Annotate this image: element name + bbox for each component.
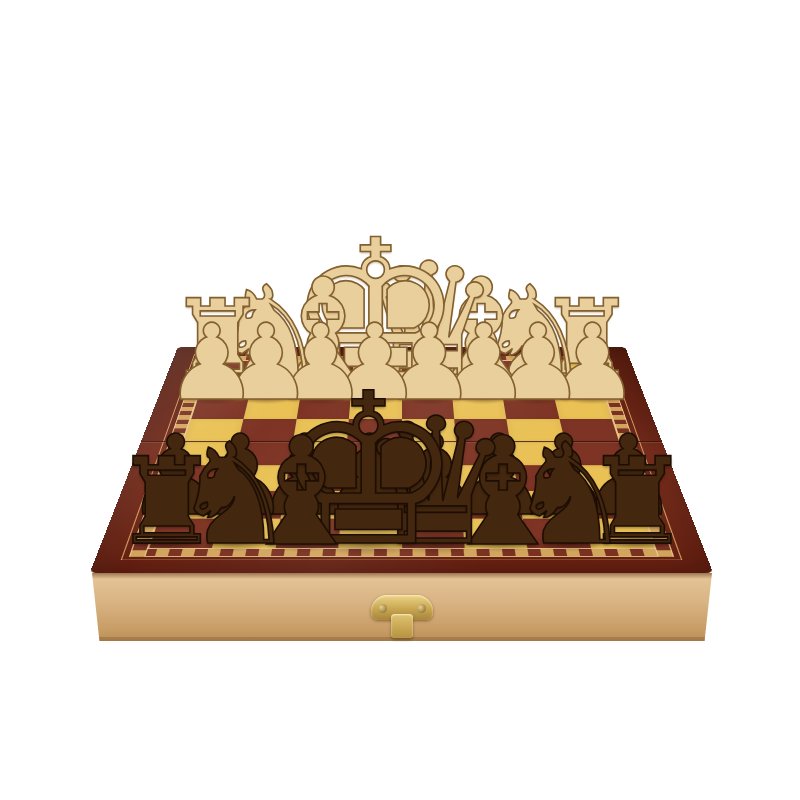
square (168, 465, 233, 491)
clasp-loop (391, 614, 413, 638)
square (565, 442, 627, 466)
square (449, 361, 500, 379)
square (149, 518, 219, 548)
square (343, 465, 401, 491)
square (159, 491, 226, 519)
square (212, 518, 280, 548)
product-photo-scene: ♜♞♝♛♚♝♞♜♟♟♟♟♟♟♟♟♟♟♟♟♟♟♟♟♜♞♝♛♚♝♞♜ (0, 0, 800, 800)
square (226, 465, 289, 491)
square (191, 398, 249, 419)
square (584, 518, 654, 548)
square (296, 398, 350, 419)
chess-board (90, 347, 714, 573)
square (238, 419, 296, 441)
square (303, 361, 354, 379)
square (349, 398, 402, 419)
square (514, 465, 577, 491)
square (402, 518, 465, 548)
square (402, 379, 453, 399)
square (577, 491, 644, 519)
square (204, 361, 258, 379)
square (198, 379, 254, 399)
square (458, 465, 519, 491)
square (244, 398, 300, 419)
square (402, 465, 460, 491)
square (550, 379, 606, 399)
square (219, 491, 284, 519)
square (402, 398, 455, 419)
hinge-seam (141, 441, 663, 443)
square (352, 361, 401, 379)
clasp-screw-left-icon (378, 604, 387, 613)
square (456, 442, 514, 466)
square (523, 518, 591, 548)
square (345, 442, 401, 466)
square (402, 442, 458, 466)
square (454, 419, 510, 441)
square (497, 361, 549, 379)
square (451, 379, 504, 399)
square (402, 361, 451, 379)
square (503, 398, 559, 419)
square (275, 518, 341, 548)
square (545, 361, 599, 379)
square (184, 419, 244, 441)
clasp-screw-right-icon (417, 604, 426, 613)
square (289, 442, 347, 466)
square (285, 465, 346, 491)
square (293, 419, 349, 441)
square (452, 398, 506, 419)
square (571, 465, 636, 491)
square (280, 491, 343, 519)
square (176, 442, 238, 466)
square (253, 361, 305, 379)
square (554, 398, 612, 419)
board-grid (148, 360, 656, 549)
square (500, 379, 554, 399)
square (402, 491, 463, 519)
square (341, 491, 402, 519)
square (462, 518, 528, 548)
square (347, 419, 401, 441)
square (460, 491, 523, 519)
square (402, 419, 456, 441)
square (351, 379, 402, 399)
square (232, 442, 292, 466)
square (338, 518, 401, 548)
square (249, 379, 303, 399)
square (507, 419, 565, 441)
square (510, 442, 570, 466)
decorative-border-bottom (128, 549, 674, 557)
square (518, 491, 583, 519)
square (559, 419, 619, 441)
square (300, 379, 353, 399)
